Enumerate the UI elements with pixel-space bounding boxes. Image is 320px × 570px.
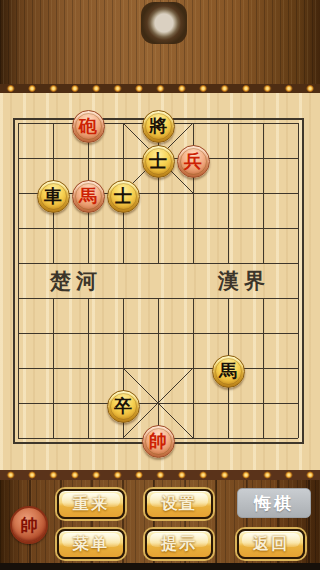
app-screen: 楚河 漢界 砲將士兵車馬士馬卒帥 帥 重来 设置 悔棋 菜单 提示 返回 [0,0,320,570]
menu-button[interactable]: 菜单 [57,529,125,559]
piece-red-cannon[interactable]: 砲 [72,110,105,143]
top-frame [0,0,320,93]
position-marker [10,220,27,237]
settings-button-label: 设置 [161,495,197,512]
undo-button[interactable]: 悔棋 [237,488,311,518]
settings-button[interactable]: 设置 [145,489,213,519]
position-marker [220,220,237,237]
rivet-row-bottom [0,470,320,480]
rivet-row-top [0,84,320,93]
back-button[interactable]: 返回 [237,529,305,559]
position-marker [10,325,27,342]
bottom-edge-strip [0,563,320,570]
hint-button-label: 提示 [161,535,197,552]
piece-black-horse[interactable]: 馬 [212,355,245,388]
piece-black-general[interactable]: 將 [142,110,175,143]
piece-black-advisor-1[interactable]: 士 [142,145,175,178]
position-marker [290,220,307,237]
position-marker [290,325,307,342]
undo-button-label: 悔棋 [254,494,294,513]
position-marker [80,325,97,342]
position-marker [80,220,97,237]
board-grid[interactable]: 砲將士兵車馬士馬卒帥 [1,106,316,456]
position-marker [150,220,167,237]
position-marker [255,185,272,202]
position-marker [220,325,237,342]
piece-black-chariot[interactable]: 車 [37,180,70,213]
piece-red-general[interactable]: 帥 [142,425,175,458]
restart-button-label: 重来 [73,495,109,512]
position-marker [150,325,167,342]
menu-button-label: 菜单 [73,535,109,552]
piece-red-horse[interactable]: 馬 [72,180,105,213]
piece-red-soldier[interactable]: 兵 [177,145,210,178]
piece-black-soldier[interactable]: 卒 [107,390,140,423]
hint-button[interactable]: 提示 [145,529,213,559]
piece-black-advisor-2[interactable]: 士 [107,180,140,213]
position-marker [255,360,272,377]
restart-button[interactable]: 重来 [57,489,125,519]
back-button-label: 返回 [253,535,289,552]
camera-hole-icon [141,2,187,44]
turn-indicator-badge: 帥 [10,506,48,544]
position-marker [45,360,62,377]
